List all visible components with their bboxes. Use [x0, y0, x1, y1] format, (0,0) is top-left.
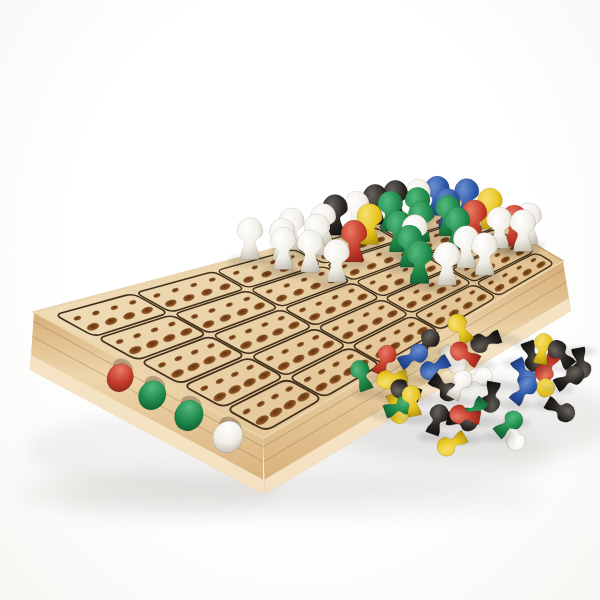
- board-shadow: [60, 473, 540, 521]
- product-photo-scene: [0, 0, 600, 600]
- board-svg: [0, 0, 600, 600]
